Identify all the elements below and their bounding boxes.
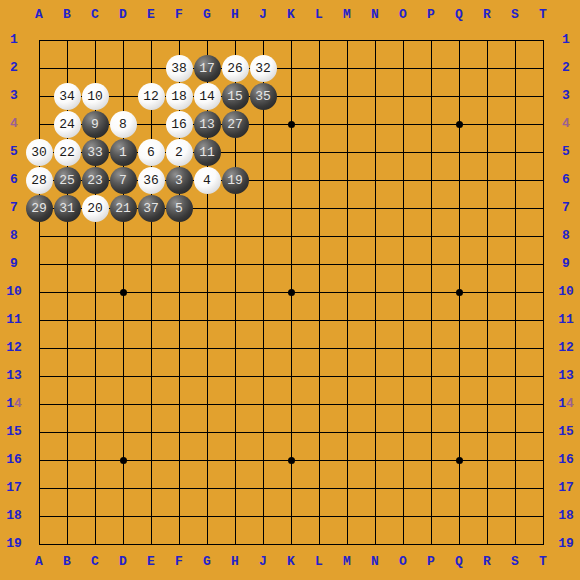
row-label-left-15: 15 <box>3 425 25 439</box>
row-label-right-7: 7 <box>555 201 577 215</box>
stone-black-21-D7[interactable]: 21 <box>110 195 137 222</box>
row-label-left-6: 6 <box>3 173 25 187</box>
row-label-left-12: 12 <box>3 341 25 355</box>
stone-black-11-G5[interactable]: 11 <box>194 139 221 166</box>
row-label-right-3: 3 <box>555 89 577 103</box>
row-label-left-5: 5 <box>3 145 25 159</box>
stone-white-8-D4[interactable]: 8 <box>110 111 137 138</box>
row-label-left-11: 11 <box>3 313 25 327</box>
col-label-top-E: E <box>140 8 162 22</box>
col-label-top-T: T <box>532 8 554 22</box>
col-label-top-O: O <box>392 8 414 22</box>
row-label-left-1: 1 <box>3 33 25 47</box>
stone-black-31-B7[interactable]: 31 <box>54 195 81 222</box>
col-label-top-B: B <box>56 8 78 22</box>
row-label-right-11: 11 <box>555 313 577 327</box>
stone-white-12-E3[interactable]: 12 <box>138 83 165 110</box>
stone-black-25-B6[interactable]: 25 <box>54 167 81 194</box>
col-label-top-S: S <box>504 8 526 22</box>
col-label-top-F: F <box>168 8 190 22</box>
col-label-top-C: C <box>84 8 106 22</box>
stone-white-6-E5[interactable]: 6 <box>138 139 165 166</box>
col-label-top-A: A <box>28 8 50 22</box>
stone-white-38-F2[interactable]: 38 <box>166 55 193 82</box>
stone-white-2-F5[interactable]: 2 <box>166 139 193 166</box>
col-label-top-G: G <box>196 8 218 22</box>
row-label-right-14: 14 <box>555 397 577 411</box>
stone-black-17-G2[interactable]: 17 <box>194 55 221 82</box>
stone-black-15-H3[interactable]: 15 <box>222 83 249 110</box>
col-label-top-J: J <box>252 8 274 22</box>
row-label-left-14: 14 <box>3 397 25 411</box>
row-label-left-2: 2 <box>3 61 25 75</box>
row-label-right-18: 18 <box>555 509 577 523</box>
row-label-right-17: 17 <box>555 481 577 495</box>
stone-black-27-H4[interactable]: 27 <box>222 111 249 138</box>
row-label-right-12: 12 <box>555 341 577 355</box>
row-label-left-16: 16 <box>3 453 25 467</box>
stone-black-29-A7[interactable]: 29 <box>26 195 53 222</box>
row-label-right-19: 19 <box>555 537 577 551</box>
col-label-top-P: P <box>420 8 442 22</box>
stone-black-33-C5[interactable]: 33 <box>82 139 109 166</box>
row-label-left-3: 3 <box>3 89 25 103</box>
stone-white-18-F3[interactable]: 18 <box>166 83 193 110</box>
stone-white-22-B5[interactable]: 22 <box>54 139 81 166</box>
row-label-left-4: 4 <box>3 117 25 131</box>
row-label-left-18: 18 <box>3 509 25 523</box>
col-label-top-H: H <box>224 8 246 22</box>
row-label-right-4: 4 <box>555 117 577 131</box>
col-label-top-D: D <box>112 8 134 22</box>
row-label-right-9: 9 <box>555 257 577 271</box>
stone-white-32-J2[interactable]: 32 <box>250 55 277 82</box>
row-label-right-13: 13 <box>555 369 577 383</box>
row-label-right-1: 1 <box>555 33 577 47</box>
col-label-top-M: M <box>336 8 358 22</box>
row-label-right-2: 2 <box>555 61 577 75</box>
stone-white-4-G6[interactable]: 4 <box>194 167 221 194</box>
stone-black-37-E7[interactable]: 37 <box>138 195 165 222</box>
stone-white-26-H2[interactable]: 26 <box>222 55 249 82</box>
stone-white-34-B3[interactable]: 34 <box>54 83 81 110</box>
col-label-top-Q: Q <box>448 8 470 22</box>
stone-black-5-F7[interactable]: 5 <box>166 195 193 222</box>
stone-black-9-C4[interactable]: 9 <box>82 111 109 138</box>
stone-white-36-E6[interactable]: 36 <box>138 167 165 194</box>
col-label-top-N: N <box>364 8 386 22</box>
stone-white-14-G3[interactable]: 14 <box>194 83 221 110</box>
goban: AABBCCDDEEFFGGHHJJKKLLMMNNOOPPQQRRSSTT11… <box>0 0 580 580</box>
board-grid[interactable]: 1234567891011121314151617181920212223242… <box>25 26 557 558</box>
col-label-top-L: L <box>308 8 330 22</box>
stone-black-1-D5[interactable]: 1 <box>110 139 137 166</box>
stone-white-28-A6[interactable]: 28 <box>26 167 53 194</box>
row-label-right-10: 10 <box>555 285 577 299</box>
stone-black-3-F6[interactable]: 3 <box>166 167 193 194</box>
row-label-left-17: 17 <box>3 481 25 495</box>
stone-white-20-C7[interactable]: 20 <box>82 195 109 222</box>
row-label-left-13: 13 <box>3 369 25 383</box>
stone-black-19-H6[interactable]: 19 <box>222 167 249 194</box>
stone-black-23-C6[interactable]: 23 <box>82 167 109 194</box>
stone-black-35-J3[interactable]: 35 <box>250 83 277 110</box>
row-label-left-7: 7 <box>3 201 25 215</box>
row-label-left-8: 8 <box>3 229 25 243</box>
row-label-right-16: 16 <box>555 453 577 467</box>
stone-white-10-C3[interactable]: 10 <box>82 83 109 110</box>
stone-white-24-B4[interactable]: 24 <box>54 111 81 138</box>
col-label-top-R: R <box>476 8 498 22</box>
stone-black-7-D6[interactable]: 7 <box>110 167 137 194</box>
stone-white-30-A5[interactable]: 30 <box>26 139 53 166</box>
row-label-left-10: 10 <box>3 285 25 299</box>
row-label-right-15: 15 <box>555 425 577 439</box>
row-label-right-8: 8 <box>555 229 577 243</box>
stone-white-16-F4[interactable]: 16 <box>166 111 193 138</box>
row-label-right-6: 6 <box>555 173 577 187</box>
row-label-left-9: 9 <box>3 257 25 271</box>
stone-black-13-G4[interactable]: 13 <box>194 111 221 138</box>
row-label-left-19: 19 <box>3 537 25 551</box>
col-label-top-K: K <box>280 8 302 22</box>
row-label-right-5: 5 <box>555 145 577 159</box>
